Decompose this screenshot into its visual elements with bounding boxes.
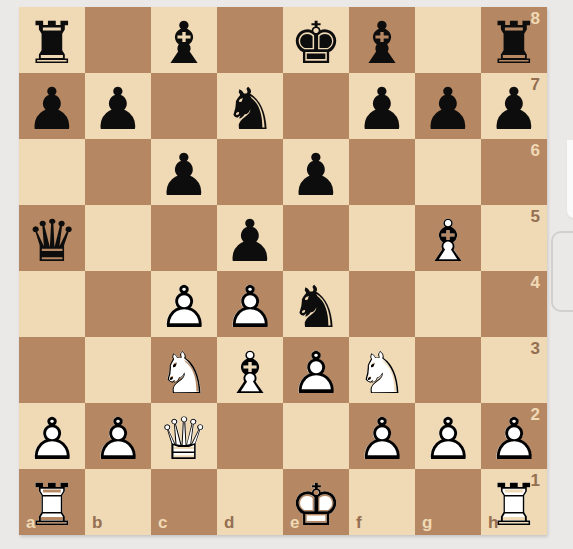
square-e8[interactable]: ♚ — [283, 7, 349, 73]
square-g7[interactable]: ♟ — [415, 73, 481, 139]
black-pawn[interactable]: ♟ — [283, 139, 349, 205]
square-b1[interactable]: b — [85, 469, 151, 535]
square-g6[interactable] — [415, 139, 481, 205]
white-queen[interactable]: ♛♕ — [151, 403, 217, 469]
square-c6[interactable]: ♟ — [151, 139, 217, 205]
square-f6[interactable] — [349, 139, 415, 205]
white-pawn[interactable]: ♟♙ — [415, 403, 481, 469]
square-g4[interactable] — [415, 271, 481, 337]
white-pawn[interactable]: ♟♙ — [19, 403, 85, 469]
black-knight[interactable]: ♞ — [217, 73, 283, 139]
square-d8[interactable] — [217, 7, 283, 73]
square-b5[interactable] — [85, 205, 151, 271]
square-h1[interactable]: ♜♖h1 — [481, 469, 547, 535]
square-d3[interactable]: ♝♗ — [217, 337, 283, 403]
white-pawn[interactable]: ♟♙ — [481, 403, 547, 469]
square-c2[interactable]: ♛♕ — [151, 403, 217, 469]
square-d5[interactable]: ♟ — [217, 205, 283, 271]
square-c7[interactable] — [151, 73, 217, 139]
square-c5[interactable] — [151, 205, 217, 271]
right-panel-corner — [567, 140, 573, 218]
black-bishop[interactable]: ♝ — [151, 7, 217, 73]
file-label-d: d — [224, 513, 234, 533]
square-e1[interactable]: ♚♔e — [283, 469, 349, 535]
square-d1[interactable]: d — [217, 469, 283, 535]
square-g8[interactable] — [415, 7, 481, 73]
file-label-g: g — [422, 513, 432, 533]
square-b7[interactable]: ♟ — [85, 73, 151, 139]
square-f7[interactable]: ♟ — [349, 73, 415, 139]
square-g3[interactable] — [415, 337, 481, 403]
black-pawn[interactable]: ♟ — [415, 73, 481, 139]
white-bishop[interactable]: ♝♗ — [217, 337, 283, 403]
rank-label-6: 6 — [531, 141, 540, 161]
square-f3[interactable]: ♞♘ — [349, 337, 415, 403]
square-h4[interactable]: 4 — [481, 271, 547, 337]
square-e5[interactable] — [283, 205, 349, 271]
square-b2[interactable]: ♟♙ — [85, 403, 151, 469]
chess-board[interactable]: ♜♝♚♝♜8♟♟♞♟♟♟7♟♟6♛♟♝♗5♟♙♟♙♞4♞♘♝♗♟♙♞♘3♟♙♟♙… — [19, 7, 547, 535]
square-a6[interactable] — [19, 139, 85, 205]
square-h2[interactable]: ♟♙2 — [481, 403, 547, 469]
square-a8[interactable]: ♜ — [19, 7, 85, 73]
square-f8[interactable]: ♝ — [349, 7, 415, 73]
square-b3[interactable] — [85, 337, 151, 403]
white-king[interactable]: ♚♔ — [283, 469, 349, 535]
white-pawn[interactable]: ♟♙ — [151, 271, 217, 337]
black-pawn[interactable]: ♟ — [85, 73, 151, 139]
square-f5[interactable] — [349, 205, 415, 271]
square-a3[interactable] — [19, 337, 85, 403]
file-label-c: c — [158, 513, 167, 533]
black-knight[interactable]: ♞ — [283, 271, 349, 337]
square-g1[interactable]: g — [415, 469, 481, 535]
black-rook[interactable]: ♜ — [481, 7, 547, 73]
white-pawn[interactable]: ♟♙ — [85, 403, 151, 469]
square-g5[interactable]: ♝♗ — [415, 205, 481, 271]
square-e3[interactable]: ♟♙ — [283, 337, 349, 403]
square-h6[interactable]: 6 — [481, 139, 547, 205]
square-e6[interactable]: ♟ — [283, 139, 349, 205]
square-h8[interactable]: ♜8 — [481, 7, 547, 73]
white-pawn[interactable]: ♟♙ — [217, 271, 283, 337]
square-a4[interactable] — [19, 271, 85, 337]
square-d4[interactable]: ♟♙ — [217, 271, 283, 337]
file-label-f: f — [356, 513, 362, 533]
square-b8[interactable] — [85, 7, 151, 73]
rank-label-4: 4 — [531, 273, 540, 293]
white-bishop[interactable]: ♝♗ — [415, 205, 481, 271]
square-e4[interactable]: ♞ — [283, 271, 349, 337]
black-king[interactable]: ♚ — [283, 7, 349, 73]
white-knight[interactable]: ♞♘ — [151, 337, 217, 403]
rank-label-3: 3 — [531, 339, 540, 359]
square-a1[interactable]: ♜♖a — [19, 469, 85, 535]
square-e7[interactable] — [283, 73, 349, 139]
black-queen[interactable]: ♛ — [19, 205, 85, 271]
black-rook[interactable]: ♜ — [19, 7, 85, 73]
right-button-corner[interactable] — [551, 231, 573, 312]
square-c3[interactable]: ♞♘ — [151, 337, 217, 403]
file-label-b: b — [92, 513, 102, 533]
black-pawn[interactable]: ♟ — [217, 205, 283, 271]
square-c4[interactable]: ♟♙ — [151, 271, 217, 337]
square-f4[interactable] — [349, 271, 415, 337]
square-h3[interactable]: 3 — [481, 337, 547, 403]
square-f2[interactable]: ♟♙ — [349, 403, 415, 469]
square-b6[interactable] — [85, 139, 151, 205]
white-pawn[interactable]: ♟♙ — [349, 403, 415, 469]
square-g2[interactable]: ♟♙ — [415, 403, 481, 469]
black-pawn[interactable]: ♟ — [481, 73, 547, 139]
square-e2[interactable] — [283, 403, 349, 469]
rank-label-5: 5 — [531, 207, 540, 227]
black-pawn[interactable]: ♟ — [151, 139, 217, 205]
square-a5[interactable]: ♛ — [19, 205, 85, 271]
square-h5[interactable]: 5 — [481, 205, 547, 271]
white-rook[interactable]: ♜♖ — [19, 469, 85, 535]
square-d7[interactable]: ♞ — [217, 73, 283, 139]
square-h7[interactable]: ♟7 — [481, 73, 547, 139]
square-d6[interactable] — [217, 139, 283, 205]
square-c1[interactable]: c — [151, 469, 217, 535]
black-pawn[interactable]: ♟ — [349, 73, 415, 139]
white-rook[interactable]: ♜♖ — [481, 469, 547, 535]
square-a7[interactable]: ♟ — [19, 73, 85, 139]
square-f1[interactable]: f — [349, 469, 415, 535]
square-a2[interactable]: ♟♙ — [19, 403, 85, 469]
black-pawn[interactable]: ♟ — [19, 73, 85, 139]
square-b4[interactable] — [85, 271, 151, 337]
square-d2[interactable] — [217, 403, 283, 469]
white-pawn[interactable]: ♟♙ — [283, 337, 349, 403]
black-bishop[interactable]: ♝ — [349, 7, 415, 73]
square-c8[interactable]: ♝ — [151, 7, 217, 73]
white-knight[interactable]: ♞♘ — [349, 337, 415, 403]
